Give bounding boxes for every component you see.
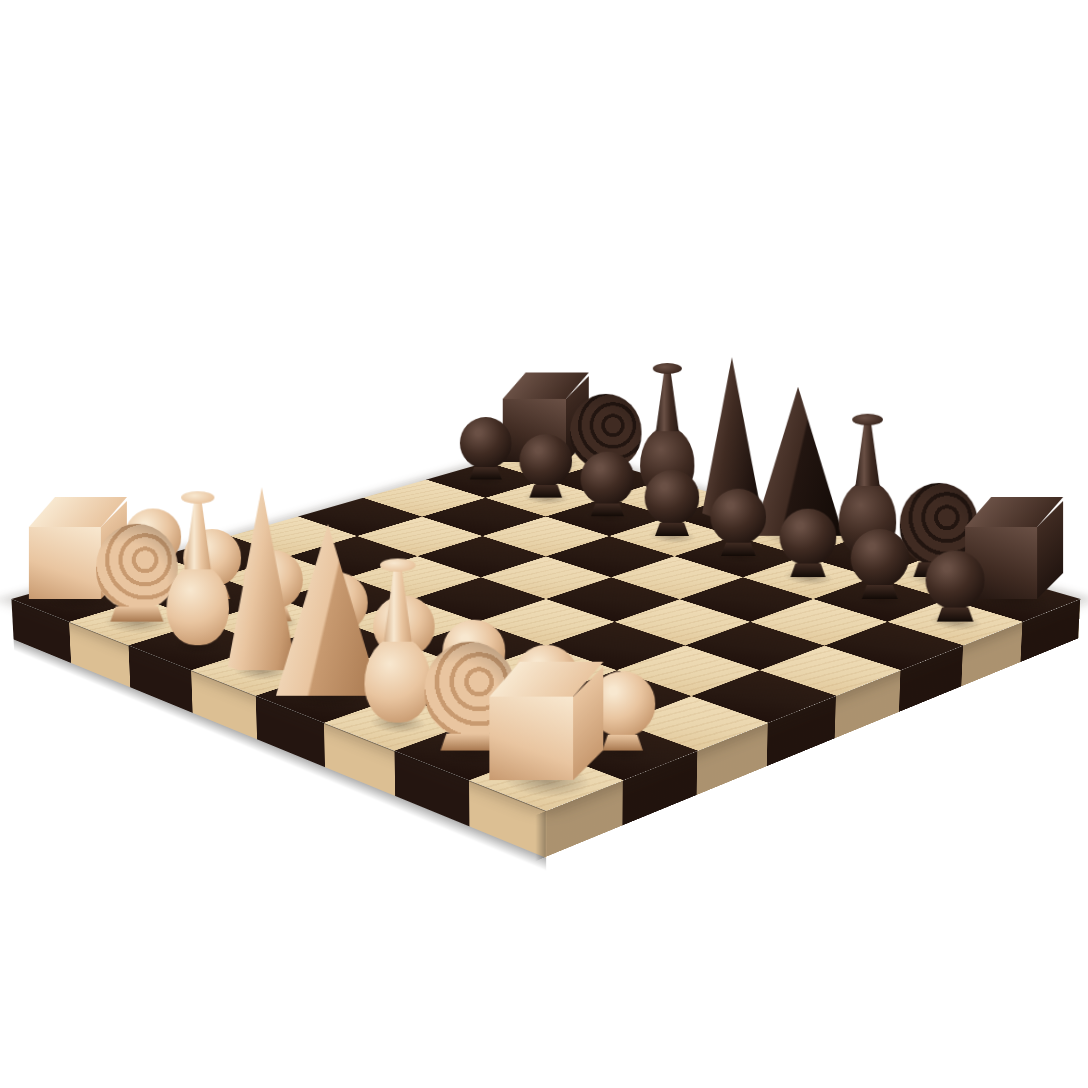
- chess-board: [11, 445, 1080, 811]
- pawn-sphere: [519, 434, 572, 487]
- cube-front-face: [29, 527, 101, 599]
- pawn-sphere: [711, 489, 767, 545]
- white-bishop: [167, 491, 229, 645]
- pawn-base: [591, 504, 624, 517]
- flask-neck: [381, 568, 414, 641]
- flask-lip: [181, 491, 214, 503]
- flask-body: [364, 636, 431, 723]
- pawn-sphere: [460, 417, 512, 469]
- pawn-base: [602, 735, 643, 751]
- pawn-base: [862, 585, 898, 599]
- black-pawn: [519, 434, 572, 498]
- pawn-sphere: [926, 550, 985, 609]
- flask-body: [167, 564, 229, 645]
- white-bishop: [364, 558, 431, 722]
- pawn-sphere: [851, 529, 909, 587]
- flask-lip: [653, 363, 682, 374]
- pawn-base: [529, 485, 562, 498]
- flask-neck: [182, 501, 213, 570]
- black-pawn: [645, 470, 700, 536]
- pawn-sphere: [645, 470, 700, 525]
- black-pawn: [851, 529, 909, 599]
- black-pawn: [581, 452, 635, 517]
- flask-neck: [853, 422, 882, 485]
- flask-lip: [852, 414, 883, 426]
- pawn-base: [721, 543, 756, 556]
- pawn-sphere: [581, 452, 635, 506]
- black-pawn: [780, 509, 837, 578]
- black-pawn: [711, 489, 767, 556]
- pawn-base: [470, 467, 502, 480]
- chess-set-photo: [0, 0, 1088, 1088]
- black-pawn: [460, 417, 512, 480]
- scroll-base: [110, 606, 163, 621]
- pawn-base: [937, 607, 974, 621]
- flask-neck: [654, 371, 681, 431]
- white-rook: [489, 662, 603, 781]
- pawn-base: [655, 523, 689, 536]
- cube-front-face: [489, 696, 573, 780]
- pawn-base: [790, 563, 825, 577]
- black-pawn: [926, 550, 985, 621]
- pawn-sphere: [780, 509, 837, 566]
- flask-lip: [380, 558, 416, 571]
